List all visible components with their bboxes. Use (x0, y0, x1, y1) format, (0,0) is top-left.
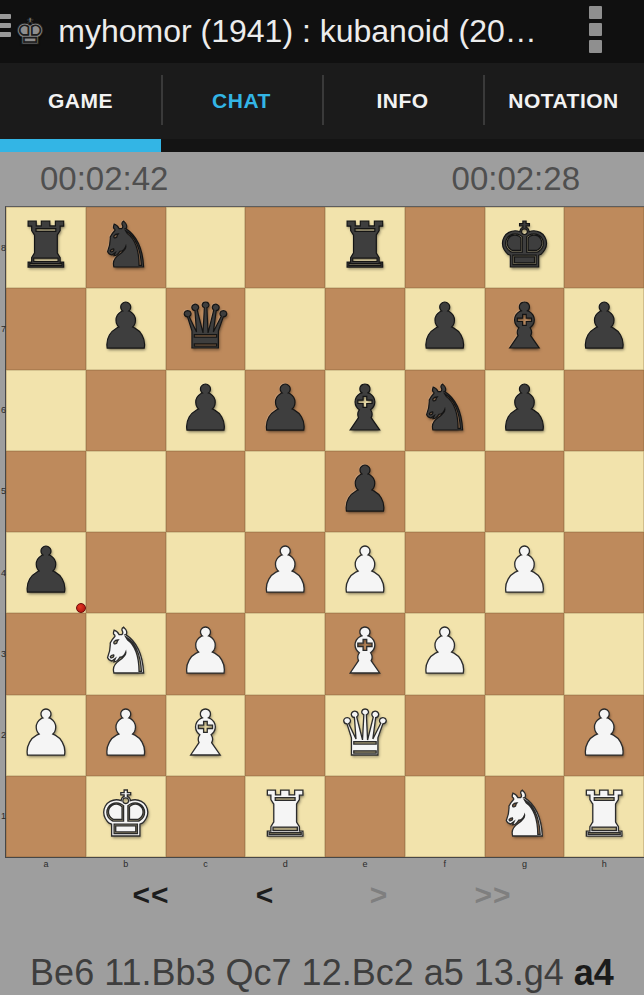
square-f5[interactable] (405, 451, 485, 532)
rank-label-1: 1 (1, 812, 9, 821)
white-piece-p-e4: ♟ (337, 539, 393, 602)
white-piece-p-f3: ♟ (416, 620, 472, 683)
tab-label: CHAT (212, 89, 271, 113)
black-piece-q-c7: ♛ (177, 295, 233, 358)
square-d3[interactable] (245, 613, 325, 694)
chess-king-app-icon: ♚ (14, 14, 46, 50)
black-piece-n-b8: ♞ (97, 214, 153, 277)
rank-label-7: 7 (1, 324, 9, 333)
square-a6[interactable] (6, 370, 86, 451)
black-piece-p-c6: ♟ (177, 377, 233, 440)
white-piece-n-g1: ♞ (496, 783, 552, 846)
square-h3[interactable] (564, 613, 644, 694)
tab-notation[interactable]: NOTATION (483, 63, 644, 139)
game-panel: 00:02:42 00:02:28 ♜♞♜♚♟♛♟♝♟♟♟♝♞♟♟♟♟♟♟♞♟♝… (0, 152, 644, 995)
square-g5[interactable] (485, 451, 565, 532)
tab-game[interactable]: GAME (0, 63, 161, 139)
tab-label: NOTATION (508, 89, 619, 113)
black-piece-b-e6: ♝ (337, 377, 393, 440)
square-g6[interactable]: ♟ (485, 370, 565, 451)
square-c1[interactable] (166, 776, 246, 857)
red-move-marker (76, 603, 86, 613)
white-piece-r-h1: ♜ (576, 783, 632, 846)
square-h2[interactable]: ♟ (564, 695, 644, 776)
black-piece-p-b7: ♟ (97, 295, 153, 358)
file-label-a: a (36, 860, 56, 869)
square-h1[interactable]: ♜ (564, 776, 644, 857)
square-f3[interactable]: ♟ (405, 613, 485, 694)
square-e8[interactable]: ♜ (325, 207, 405, 288)
drawer-handle-icon[interactable] (0, 14, 11, 37)
file-label-h: h (594, 860, 614, 869)
square-c6[interactable]: ♟ (166, 370, 246, 451)
tab-label: GAME (48, 89, 113, 113)
file-label-g: g (515, 860, 535, 869)
square-g8[interactable]: ♚ (485, 207, 565, 288)
previous-move-button[interactable]: < (240, 878, 290, 912)
square-b2[interactable]: ♟ (86, 695, 166, 776)
rank-label-5: 5 (1, 487, 9, 496)
square-g1[interactable]: ♞ (485, 776, 565, 857)
white-piece-b-c2: ♝ (177, 702, 233, 765)
square-c3[interactable]: ♟ (166, 613, 246, 694)
white-piece-p-a2: ♟ (18, 702, 74, 765)
file-label-b: b (116, 860, 136, 869)
square-d6[interactable]: ♟ (245, 370, 325, 451)
left-clock: 00:02:42 (40, 160, 168, 198)
square-c4[interactable] (166, 532, 246, 613)
square-a4[interactable]: ♟ (6, 532, 86, 613)
tab-chat[interactable]: CHAT (161, 63, 322, 139)
black-piece-r-a8: ♜ (18, 214, 74, 277)
square-g4[interactable]: ♟ (485, 532, 565, 613)
square-f1[interactable] (405, 776, 485, 857)
next-move-button[interactable]: > (354, 878, 404, 912)
square-a5[interactable] (6, 451, 86, 532)
square-d7[interactable] (245, 288, 325, 369)
white-piece-p-g4: ♟ (496, 539, 552, 602)
square-a3[interactable] (6, 613, 86, 694)
white-piece-p-c3: ♟ (177, 620, 233, 683)
tab-label: INFO (376, 89, 428, 113)
square-c2[interactable]: ♝ (166, 695, 246, 776)
square-b4[interactable] (86, 532, 166, 613)
overflow-menu-icon[interactable] (589, 6, 602, 53)
square-a8[interactable]: ♜ (6, 207, 86, 288)
right-clock: 00:02:28 (452, 160, 580, 198)
black-piece-p-f7: ♟ (416, 295, 472, 358)
file-label-c: c (196, 860, 216, 869)
page-title: myhomor (1941) : kubanoid (20… (58, 13, 536, 50)
tab-indicator-track (0, 139, 644, 152)
last-move-button[interactable]: >> (468, 878, 518, 912)
white-piece-p-b2: ♟ (97, 702, 153, 765)
square-h4[interactable] (564, 532, 644, 613)
square-e6[interactable]: ♝ (325, 370, 405, 451)
square-f2[interactable] (405, 695, 485, 776)
black-piece-p-h7: ♟ (576, 295, 632, 358)
black-piece-k-g8: ♚ (496, 214, 552, 277)
square-b1[interactable]: ♚ (86, 776, 166, 857)
black-piece-p-e5: ♟ (337, 458, 393, 521)
square-c5[interactable] (166, 451, 246, 532)
square-a7[interactable] (6, 288, 86, 369)
black-piece-n-f6: ♞ (416, 377, 472, 440)
rank-label-6: 6 (1, 406, 9, 415)
white-piece-n-b3: ♞ (97, 620, 153, 683)
black-piece-p-a4: ♟ (18, 539, 74, 602)
square-e2[interactable]: ♛ (325, 695, 405, 776)
square-b6[interactable] (86, 370, 166, 451)
rank-label-4: 4 (1, 568, 9, 577)
white-piece-p-d4: ♟ (257, 539, 313, 602)
square-h5[interactable] (564, 451, 644, 532)
first-move-button[interactable]: << (126, 878, 176, 912)
square-b7[interactable]: ♟ (86, 288, 166, 369)
square-h8[interactable] (564, 207, 644, 288)
white-piece-p-h2: ♟ (576, 702, 632, 765)
black-piece-r-e8: ♜ (337, 214, 393, 277)
square-e5[interactable]: ♟ (325, 451, 405, 532)
square-b8[interactable]: ♞ (86, 207, 166, 288)
black-piece-p-d6: ♟ (257, 377, 313, 440)
rank-label-3: 3 (1, 649, 9, 658)
square-c8[interactable] (166, 207, 246, 288)
file-label-e: e (355, 860, 375, 869)
square-d2[interactable] (245, 695, 325, 776)
tab-bar: GAMECHATINFONOTATION (0, 63, 644, 139)
rank-label-2: 2 (1, 731, 9, 740)
square-b5[interactable] (86, 451, 166, 532)
move-list: Be6 11.Bb3 Qc7 12.Bc2 a5 13.g4 a4 (0, 950, 644, 995)
square-h6[interactable] (564, 370, 644, 451)
file-label-d: d (275, 860, 295, 869)
square-e4[interactable]: ♟ (325, 532, 405, 613)
square-d5[interactable] (245, 451, 325, 532)
tab-info[interactable]: INFO (322, 63, 483, 139)
rank-label-8: 8 (1, 243, 9, 252)
square-a2[interactable]: ♟ (6, 695, 86, 776)
square-c7[interactable]: ♛ (166, 288, 246, 369)
white-piece-q-e2: ♛ (337, 702, 393, 765)
clock-row: 00:02:42 00:02:28 (0, 152, 644, 206)
square-b3[interactable]: ♞ (86, 613, 166, 694)
square-f7[interactable]: ♟ (405, 288, 485, 369)
move-navigation: <<<>>> (0, 878, 644, 912)
square-g7[interactable]: ♝ (485, 288, 565, 369)
square-e3[interactable]: ♝ (325, 613, 405, 694)
square-e1[interactable] (325, 776, 405, 857)
title-bar: ♚ myhomor (1941) : kubanoid (20… (0, 0, 644, 63)
active-tab-indicator (0, 139, 161, 152)
black-piece-p-g6: ♟ (496, 377, 552, 440)
square-e7[interactable] (325, 288, 405, 369)
white-piece-k-b1: ♚ (97, 783, 153, 846)
chess-board: ♜♞♜♚♟♛♟♝♟♟♟♝♞♟♟♟♟♟♟♞♟♝♟♟♟♝♛♟♚♜♞♜ 8765432… (5, 206, 644, 858)
square-g2[interactable] (485, 695, 565, 776)
square-g3[interactable] (485, 613, 565, 694)
square-d4[interactable]: ♟ (245, 532, 325, 613)
white-piece-b-e3: ♝ (337, 620, 393, 683)
square-f4[interactable] (405, 532, 485, 613)
current-move: a4 (574, 952, 614, 993)
square-h7[interactable]: ♟ (564, 288, 644, 369)
black-piece-b-g7: ♝ (496, 295, 552, 358)
square-d8[interactable] (245, 207, 325, 288)
move-list-text: Be6 11.Bb3 Qc7 12.Bc2 a5 13.g4 (30, 952, 574, 993)
square-f6[interactable]: ♞ (405, 370, 485, 451)
white-piece-r-d1: ♜ (257, 783, 313, 846)
file-label-f: f (435, 860, 455, 869)
square-d1[interactable]: ♜ (245, 776, 325, 857)
square-a1[interactable] (6, 776, 86, 857)
square-f8[interactable] (405, 207, 485, 288)
